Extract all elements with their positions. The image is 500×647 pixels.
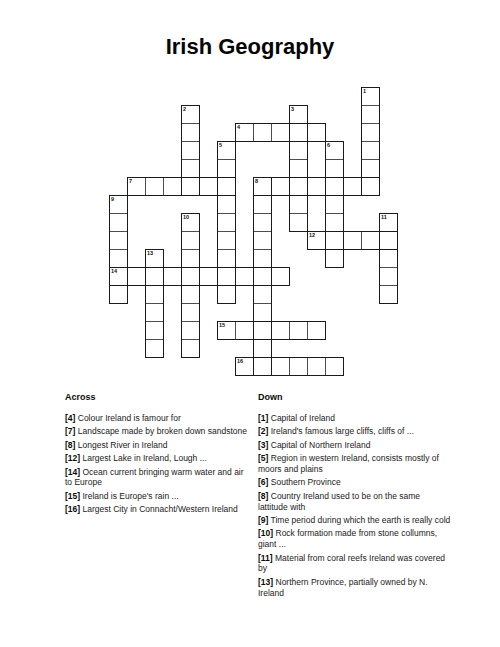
grid-cell-r5c5[interactable] xyxy=(199,177,218,196)
grid-cell-r5c11[interactable] xyxy=(307,177,326,196)
grid-cell-r7c0[interactable] xyxy=(109,213,128,232)
clue-number-label: [5] xyxy=(258,453,268,463)
clue-number-label: [8] xyxy=(65,440,75,450)
grid-cell-r10c1[interactable] xyxy=(127,267,146,286)
grid-cell-r5c6[interactable] xyxy=(217,177,236,196)
clue-down-2: [2] Ireland's famous large cliffs, cliff… xyxy=(258,426,451,437)
grid-number-5: 5 xyxy=(219,143,222,149)
across-clues-section: Across [4] Colour Ireland is famour for[… xyxy=(65,392,253,518)
clue-number-label: [9] xyxy=(258,515,268,525)
grid-number-10: 10 xyxy=(183,215,189,221)
clue-number-label: [8] xyxy=(258,491,268,501)
grid-number-13: 13 xyxy=(147,251,153,257)
clue-down-1: [1] Capital of Ireland xyxy=(258,413,451,424)
grid-cell-r5c14[interactable] xyxy=(361,177,380,196)
clue-number-label: [13] xyxy=(258,577,273,587)
grid-cell-r4c10[interactable] xyxy=(289,159,308,178)
grid-cell-r13c8[interactable] xyxy=(253,321,272,340)
grid-number-16: 16 xyxy=(237,359,243,365)
clue-across-4: [4] Colour Ireland is famour for xyxy=(65,413,253,424)
grid-cell-r11c4[interactable] xyxy=(181,285,200,304)
grid-number-14: 14 xyxy=(111,269,117,275)
clue-number-label: [16] xyxy=(65,504,80,514)
grid-cell-r5c9[interactable] xyxy=(271,177,290,196)
grid-cell-r2c4[interactable] xyxy=(181,123,200,142)
grid-cell-r6c8[interactable] xyxy=(253,195,272,214)
grid-cell-r1c14[interactable] xyxy=(361,105,380,124)
grid-cell-r12c2[interactable] xyxy=(145,303,164,322)
across-clue-list: [4] Colour Ireland is famour for[7] Land… xyxy=(65,413,253,515)
grid-cell-r11c0[interactable] xyxy=(109,285,128,304)
grid-number-1: 1 xyxy=(363,89,366,95)
grid-cell-r5c3[interactable] xyxy=(163,177,182,196)
clue-down-10: [10] Rock formation made from stone coll… xyxy=(258,528,451,550)
grid-number-2: 2 xyxy=(183,107,186,113)
across-header: Across xyxy=(65,392,253,402)
clue-number-label: [1] xyxy=(258,413,268,423)
grid-cell-r10c2[interactable] xyxy=(145,267,164,286)
grid-cell-r2c9[interactable] xyxy=(271,123,290,142)
grid-cell-r4c4[interactable] xyxy=(181,159,200,178)
grid-cell-r15c8[interactable] xyxy=(253,357,272,376)
grid-cell-r10c3[interactable] xyxy=(163,267,182,286)
grid-cell-r11c6[interactable] xyxy=(217,285,236,304)
puzzle-page: Irish Geography 12345678910111213141516 … xyxy=(0,0,500,647)
grid-cell-r6c10[interactable] xyxy=(289,195,308,214)
grid-cell-r14c2[interactable] xyxy=(145,339,164,358)
grid-cell-r5c4[interactable] xyxy=(181,177,200,196)
clue-down-5: [5] Region in western Ireland, consists … xyxy=(258,453,451,475)
clue-across-7: [7] Landscape made by broken down sandst… xyxy=(65,426,253,437)
clue-across-12: [12] Largest Lake in Ireland, Lough ... xyxy=(65,453,253,464)
crossword-grid: 12345678910111213141516 xyxy=(109,87,398,376)
grid-cell-r8c12[interactable] xyxy=(325,231,344,250)
grid-cell-r2c10[interactable] xyxy=(289,123,308,142)
grid-cell-r13c2[interactable] xyxy=(145,321,164,340)
clue-number-label: [7] xyxy=(65,426,75,436)
grid-cell-r5c12[interactable] xyxy=(325,177,344,196)
grid-number-12: 12 xyxy=(309,233,315,239)
grid-number-3: 3 xyxy=(291,107,294,113)
grid-cell-r8c4[interactable] xyxy=(181,231,200,250)
grid-cell-r10c7[interactable] xyxy=(235,267,254,286)
clue-down-3: [3] Capital of Northern Ireland xyxy=(258,440,451,451)
grid-cell-r15c9[interactable] xyxy=(271,357,290,376)
clue-number-label: [12] xyxy=(65,453,80,463)
grid-cell-r10c15[interactable] xyxy=(379,267,398,286)
grid-cell-r8c6[interactable] xyxy=(217,231,236,250)
grid-number-9: 9 xyxy=(111,197,114,203)
grid-number-4: 4 xyxy=(237,125,240,131)
grid-cell-r9c12[interactable] xyxy=(325,249,344,268)
grid-number-8: 8 xyxy=(255,179,258,185)
clue-down-13: [13] Northern Province, partially owned … xyxy=(258,577,451,599)
grid-cell-r12c8[interactable] xyxy=(253,303,272,322)
down-clues-section: Down [1] Capital of Ireland[2] Ireland's… xyxy=(258,392,451,601)
grid-cell-r10c8[interactable] xyxy=(253,267,272,286)
grid-cell-r8c8[interactable] xyxy=(253,231,272,250)
grid-cell-r9c0[interactable] xyxy=(109,249,128,268)
grid-cell-r4c12[interactable] xyxy=(325,159,344,178)
grid-cell-r8c0[interactable] xyxy=(109,231,128,250)
grid-cell-r6c12[interactable] xyxy=(325,195,344,214)
page-title: Irish Geography xyxy=(0,34,500,60)
grid-cell-r9c6[interactable] xyxy=(217,249,236,268)
grid-cell-r11c2[interactable] xyxy=(145,285,164,304)
grid-cell-r15c10[interactable] xyxy=(289,357,308,376)
grid-cell-r11c15[interactable] xyxy=(379,285,398,304)
down-header: Down xyxy=(258,392,451,402)
grid-number-7: 7 xyxy=(129,179,132,185)
grid-cell-r7c12[interactable] xyxy=(325,213,344,232)
grid-cell-r13c11[interactable] xyxy=(307,321,326,340)
grid-cell-r10c9[interactable] xyxy=(271,267,290,286)
grid-cell-r14c4[interactable] xyxy=(181,339,200,358)
grid-cell-r3c4[interactable] xyxy=(181,141,200,160)
clue-number-label: [2] xyxy=(258,426,268,436)
clue-across-15: [15] Ireland is Europe's rain ... xyxy=(65,491,253,502)
clue-across-14: [14] Ocean current bringing warm water a… xyxy=(65,467,253,489)
grid-cell-r7c10[interactable] xyxy=(289,213,308,232)
down-clue-list: [1] Capital of Ireland[2] Ireland's famo… xyxy=(258,413,451,598)
clue-number-label: [10] xyxy=(258,528,273,538)
clue-across-16: [16] Largest City in Connacht/Western Ir… xyxy=(65,504,253,515)
grid-cell-r9c4[interactable] xyxy=(181,249,200,268)
grid-cell-r5c13[interactable] xyxy=(343,177,362,196)
grid-cell-r3c10[interactable] xyxy=(289,141,308,160)
grid-cell-r15c12[interactable] xyxy=(325,357,344,376)
grid-number-11: 11 xyxy=(381,215,387,221)
clue-down-9: [9] Time period during which the earth i… xyxy=(258,515,451,526)
clue-number-label: [6] xyxy=(258,477,268,487)
grid-cell-r6c6[interactable] xyxy=(217,195,236,214)
grid-cell-r4c6[interactable] xyxy=(217,159,236,178)
grid-cell-r7c8[interactable] xyxy=(253,213,272,232)
grid-cell-r13c4[interactable] xyxy=(181,321,200,340)
grid-cell-r7c6[interactable] xyxy=(217,213,236,232)
clue-across-8: [8] Longest River in Ireland xyxy=(65,440,253,451)
grid-cell-r9c8[interactable] xyxy=(253,249,272,268)
grid-cell-r4c14[interactable] xyxy=(361,159,380,178)
grid-cell-r11c8[interactable] xyxy=(253,285,272,304)
grid-cell-r12c4[interactable] xyxy=(181,303,200,322)
grid-cell-r2c14[interactable] xyxy=(361,123,380,142)
clue-number-label: [3] xyxy=(258,440,268,450)
grid-cell-r8c13[interactable] xyxy=(343,231,362,250)
clue-number-label: [11] xyxy=(258,553,273,563)
grid-cell-r5c2[interactable] xyxy=(145,177,164,196)
grid-cell-r9c15[interactable] xyxy=(379,249,398,268)
grid-number-15: 15 xyxy=(219,323,225,329)
clue-down-8: [8] Country Ireland used to be on the sa… xyxy=(258,491,451,513)
grid-cell-r8c15[interactable] xyxy=(379,231,398,250)
grid-cell-r13c7[interactable] xyxy=(235,321,254,340)
grid-cell-r2c8[interactable] xyxy=(253,123,272,142)
grid-cell-r10c5[interactable] xyxy=(199,267,218,286)
clue-down-11: [11] Material from coral reefs Ireland w… xyxy=(258,553,451,575)
grid-cell-r8c14[interactable] xyxy=(361,231,380,250)
grid-cell-r2c11[interactable] xyxy=(307,123,326,142)
grid-cell-r15c11[interactable] xyxy=(307,357,326,376)
grid-cell-r13c10[interactable] xyxy=(289,321,308,340)
clue-number-label: [4] xyxy=(65,413,75,423)
clue-down-6: [6] Southern Province xyxy=(258,477,451,488)
grid-number-6: 6 xyxy=(327,143,330,149)
grid-cell-r14c8[interactable] xyxy=(253,339,272,358)
grid-cell-r13c9[interactable] xyxy=(271,321,290,340)
grid-cell-r10c6[interactable] xyxy=(217,267,236,286)
clue-number-label: [14] xyxy=(65,467,80,477)
grid-cell-r5c10[interactable] xyxy=(289,177,308,196)
grid-cell-r3c14[interactable] xyxy=(361,141,380,160)
grid-cell-r10c4[interactable] xyxy=(181,267,200,286)
clue-number-label: [15] xyxy=(65,491,80,501)
